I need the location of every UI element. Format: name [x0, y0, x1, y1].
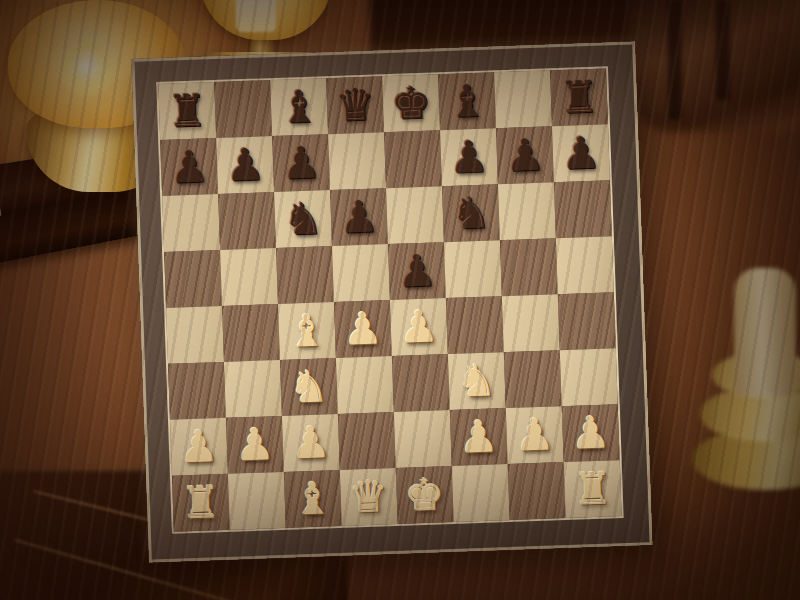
square-h3[interactable] [560, 348, 618, 406]
square-g6[interactable] [498, 182, 556, 240]
square-a1[interactable]: ♜ [172, 474, 230, 532]
chess-board: ♜♝♛♚♝♜♟♟♟♟♟♟♞♟♞♟♝♟♟♞♞♟♟♟♟♟♟♜♝♛♚♜ [158, 68, 621, 531]
square-g2[interactable]: ♟ [506, 406, 564, 464]
square-g5[interactable] [500, 238, 558, 296]
square-b5[interactable] [220, 248, 278, 306]
square-f2[interactable]: ♟ [450, 408, 508, 466]
square-c2[interactable]: ♟ [282, 414, 340, 472]
square-a5[interactable] [164, 250, 222, 308]
square-c1[interactable]: ♝ [284, 470, 342, 528]
square-g3[interactable] [504, 350, 562, 408]
square-h5[interactable] [556, 236, 614, 294]
carved-chair [628, 0, 800, 132]
piece-black-rook[interactable]: ♜ [167, 82, 208, 139]
piece-black-bishop[interactable]: ♝ [446, 73, 487, 130]
square-e3[interactable] [392, 354, 450, 412]
square-b3[interactable] [224, 360, 282, 418]
square-h8[interactable]: ♜ [550, 68, 608, 126]
piece-black-knight[interactable]: ♞ [282, 190, 323, 247]
square-f4[interactable] [446, 296, 504, 354]
piece-white-pawn[interactable]: ♟ [458, 408, 499, 465]
square-f3[interactable]: ♞ [448, 352, 506, 410]
square-c7[interactable]: ♟ [272, 134, 330, 192]
piece-white-pawn[interactable]: ♟ [398, 298, 439, 355]
square-e7[interactable] [384, 130, 442, 188]
square-f7[interactable]: ♟ [440, 128, 498, 186]
square-e5[interactable]: ♟ [388, 242, 446, 300]
square-c8[interactable]: ♝ [270, 78, 328, 136]
board-boundary-line: ♜♝♛♚♝♜♟♟♟♟♟♟♞♟♞♟♝♟♟♞♞♟♟♟♟♟♟♜♝♛♚♜ [156, 66, 623, 533]
square-c6[interactable]: ♞ [274, 190, 332, 248]
square-d5[interactable] [332, 244, 390, 302]
square-d7[interactable] [328, 132, 386, 190]
square-g4[interactable] [502, 294, 560, 352]
piece-white-rook[interactable]: ♜ [180, 474, 221, 531]
square-h2[interactable]: ♟ [562, 404, 620, 462]
square-f1[interactable] [452, 464, 510, 522]
piece-white-pawn[interactable]: ♟ [514, 406, 555, 463]
piece-black-pawn[interactable]: ♟ [560, 125, 601, 182]
square-b8[interactable] [214, 80, 272, 138]
square-b6[interactable] [218, 192, 276, 250]
square-a2[interactable]: ♟ [170, 418, 228, 476]
brass-lamp-glass [236, 0, 276, 32]
piece-white-pawn[interactable]: ♟ [570, 404, 611, 461]
square-c5[interactable] [276, 246, 334, 304]
piece-black-pawn[interactable]: ♟ [224, 136, 265, 193]
square-h6[interactable] [554, 180, 612, 238]
chair-slat [668, 0, 682, 120]
piece-white-knight[interactable]: ♞ [288, 358, 329, 415]
square-g1[interactable] [508, 462, 566, 520]
piece-black-knight[interactable]: ♞ [450, 185, 491, 242]
piece-white-pawn[interactable]: ♟ [178, 418, 219, 475]
piece-black-bishop[interactable]: ♝ [278, 78, 319, 135]
piece-white-king[interactable]: ♚ [404, 466, 445, 523]
square-a3[interactable] [168, 362, 226, 420]
square-b7[interactable]: ♟ [216, 136, 274, 194]
square-e8[interactable]: ♚ [382, 74, 440, 132]
piece-white-pawn[interactable]: ♟ [234, 416, 275, 473]
square-f8[interactable]: ♝ [438, 72, 496, 130]
square-a8[interactable]: ♜ [158, 82, 216, 140]
square-c3[interactable]: ♞ [280, 358, 338, 416]
square-f5[interactable] [444, 240, 502, 298]
chess-board-frame: ♜♝♛♚♝♜♟♟♟♟♟♟♞♟♞♟♝♟♟♞♞♟♟♟♟♟♟♜♝♛♚♜ [131, 41, 652, 562]
piece-black-queen[interactable]: ♛ [334, 76, 375, 133]
piece-black-king[interactable]: ♚ [390, 75, 431, 132]
piece-white-knight[interactable]: ♞ [456, 352, 497, 409]
square-b4[interactable] [222, 304, 280, 362]
study-scene: ♜♝♛♚♝♜♟♟♟♟♟♟♞♟♞♟♝♟♟♞♞♟♟♟♟♟♟♜♝♛♚♜ [0, 0, 800, 600]
square-d8[interactable]: ♛ [326, 76, 384, 134]
square-e1[interactable]: ♚ [396, 466, 454, 524]
piece-white-rook[interactable]: ♜ [572, 460, 613, 517]
piece-black-rook[interactable]: ♜ [558, 69, 599, 126]
square-d1[interactable]: ♛ [340, 468, 398, 526]
piece-white-bishop[interactable]: ♝ [286, 302, 327, 359]
square-g7[interactable]: ♟ [496, 126, 554, 184]
square-b2[interactable]: ♟ [226, 416, 284, 474]
piece-white-bishop[interactable]: ♝ [292, 470, 333, 527]
square-a7[interactable]: ♟ [160, 138, 218, 196]
square-e2[interactable] [394, 410, 452, 468]
square-c4[interactable]: ♝ [278, 302, 336, 360]
offboard-ivory-piece-body [734, 268, 796, 396]
piece-white-queen[interactable]: ♛ [348, 468, 389, 525]
square-h4[interactable] [558, 292, 616, 350]
square-d6[interactable]: ♟ [330, 188, 388, 246]
square-d3[interactable] [336, 356, 394, 414]
chair-slat [716, 0, 730, 100]
square-d2[interactable] [338, 412, 396, 470]
square-e4[interactable]: ♟ [390, 298, 448, 356]
square-h7[interactable]: ♟ [552, 124, 610, 182]
square-f6[interactable]: ♞ [442, 184, 500, 242]
piece-black-pawn[interactable]: ♟ [448, 129, 489, 186]
piece-black-pawn[interactable]: ♟ [338, 188, 379, 245]
oil-lamp-flame [58, 34, 116, 98]
square-h1[interactable]: ♜ [564, 460, 622, 518]
piece-white-pawn[interactable]: ♟ [290, 414, 331, 471]
piece-black-pawn[interactable]: ♟ [168, 138, 209, 195]
piece-white-pawn[interactable]: ♟ [342, 300, 383, 357]
square-d4[interactable]: ♟ [334, 300, 392, 358]
piece-black-pawn[interactable]: ♟ [396, 242, 437, 299]
square-a6[interactable] [162, 194, 220, 252]
square-e6[interactable] [386, 186, 444, 244]
square-g8[interactable] [494, 70, 552, 128]
square-b1[interactable] [228, 472, 286, 530]
piece-black-pawn[interactable]: ♟ [504, 127, 545, 184]
piece-black-pawn[interactable]: ♟ [280, 134, 321, 191]
square-a4[interactable] [166, 306, 224, 364]
